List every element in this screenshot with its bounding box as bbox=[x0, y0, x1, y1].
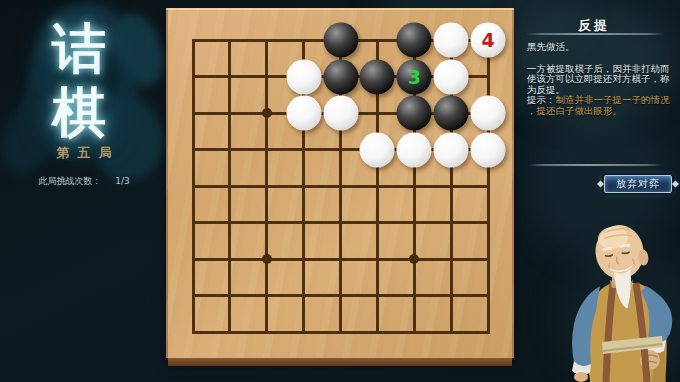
objective-text: 黑先做活。 bbox=[527, 42, 670, 53]
black-stone bbox=[323, 23, 358, 58]
attempts-counter: 此局挑战次数：1/3 bbox=[0, 175, 168, 188]
white-stone bbox=[434, 59, 469, 94]
monk-illustration bbox=[564, 216, 680, 382]
attempts-value: 1/3 bbox=[115, 176, 129, 186]
move-number-label: 4 bbox=[481, 29, 494, 51]
black-stone bbox=[323, 59, 358, 94]
move-number-label: 3 bbox=[408, 65, 421, 87]
board-grid: 43 bbox=[193, 40, 488, 332]
stage-number-label: 第五局 bbox=[0, 144, 168, 162]
black-stone bbox=[360, 59, 395, 94]
divider-bottom bbox=[528, 164, 662, 166]
grid-line bbox=[192, 258, 490, 261]
star-point bbox=[262, 254, 272, 264]
white-stone bbox=[360, 132, 395, 167]
monk-character-art bbox=[564, 216, 680, 382]
black-stone bbox=[434, 96, 469, 131]
grid-line bbox=[192, 185, 490, 188]
grid-line bbox=[192, 294, 490, 297]
white-stone bbox=[434, 132, 469, 167]
white-stone bbox=[471, 96, 506, 131]
white-stone bbox=[471, 132, 506, 167]
grid-line bbox=[192, 221, 490, 224]
black-stone bbox=[397, 23, 432, 58]
grid-line bbox=[487, 39, 490, 334]
board-edge bbox=[168, 358, 512, 366]
white-stone bbox=[397, 132, 432, 167]
puzzle-mode-title: 诘棋 bbox=[48, 16, 110, 144]
game-screen: 诘棋 第五局 此局挑战次数：1/3 43 反提 黑先做活。 一方被提取棋子后，因… bbox=[0, 0, 680, 382]
attempts-label: 此局挑战次数： bbox=[38, 176, 101, 186]
give-up-button[interactable]: 放弃对弈 bbox=[604, 175, 672, 193]
white-stone bbox=[434, 23, 469, 58]
hint-text: 提示：制造并非一子提一子的情况，提还白子做出眼形。 bbox=[527, 95, 670, 116]
divider-top bbox=[526, 33, 664, 35]
white-stone bbox=[286, 59, 321, 94]
grid-line bbox=[192, 331, 490, 334]
go-board[interactable]: 43 bbox=[166, 8, 514, 358]
black-stone bbox=[397, 96, 432, 131]
white-stone bbox=[286, 96, 321, 131]
white-stone bbox=[323, 96, 358, 131]
star-point bbox=[262, 108, 272, 118]
rule-description: 一方被提取棋子后，因并非打劫而使该方可以立即提还对方棋子，称为反提。 bbox=[527, 64, 670, 96]
hint-label: 提示： bbox=[527, 94, 556, 105]
puzzle-text: 黑先做活。 一方被提取棋子后，因并非打劫而使该方可以立即提还对方棋子，称为反提。… bbox=[527, 42, 670, 116]
left-panel: 诘棋 第五局 此局挑战次数：1/3 bbox=[0, 0, 168, 382]
star-point bbox=[409, 254, 419, 264]
